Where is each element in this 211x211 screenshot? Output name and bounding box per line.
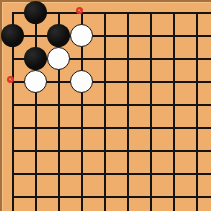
intersection-a6[interactable]: [1, 116, 24, 139]
red-circle-marker: [7, 76, 14, 83]
intersection-d1[interactable]: [70, 1, 93, 24]
intersection-e9[interactable]: [93, 185, 116, 211]
intersection-i1[interactable]: [185, 1, 211, 24]
intersection-e3[interactable]: [93, 47, 116, 70]
intersection-i9[interactable]: [185, 185, 211, 211]
intersection-g9[interactable]: [139, 185, 162, 211]
go-board: [0, 0, 211, 211]
intersection-c3[interactable]: [47, 47, 70, 70]
intersection-d8[interactable]: [70, 162, 93, 185]
intersection-b3[interactable]: [24, 47, 47, 70]
intersection-i6[interactable]: [185, 116, 211, 139]
intersection-e2[interactable]: [93, 24, 116, 47]
intersection-i7[interactable]: [185, 139, 211, 162]
intersection-f8[interactable]: [116, 162, 139, 185]
black-stone: [24, 1, 47, 24]
intersection-c4[interactable]: [47, 70, 70, 93]
red-circle-marker: [76, 7, 83, 14]
intersection-b9[interactable]: [24, 185, 47, 211]
intersection-d7[interactable]: [70, 139, 93, 162]
intersection-f6[interactable]: [116, 116, 139, 139]
white-stone: [70, 70, 93, 93]
intersection-b6[interactable]: [24, 116, 47, 139]
intersection-i4[interactable]: [185, 70, 211, 93]
intersection-c9[interactable]: [47, 185, 70, 211]
intersection-b4[interactable]: [24, 70, 47, 93]
intersection-c6[interactable]: [47, 116, 70, 139]
intersection-b5[interactable]: [24, 93, 47, 116]
intersection-f2[interactable]: [116, 24, 139, 47]
intersection-d3[interactable]: [70, 47, 93, 70]
intersection-i8[interactable]: [185, 162, 211, 185]
black-stone: [24, 47, 47, 70]
intersection-f5[interactable]: [116, 93, 139, 116]
intersection-e8[interactable]: [93, 162, 116, 185]
intersection-h5[interactable]: [162, 93, 185, 116]
white-stone: [24, 70, 47, 93]
intersection-g3[interactable]: [139, 47, 162, 70]
intersection-i2[interactable]: [185, 24, 211, 47]
intersection-c1[interactable]: [47, 1, 70, 24]
intersection-b2[interactable]: [24, 24, 47, 47]
intersection-h2[interactable]: [162, 24, 185, 47]
intersection-c2[interactable]: [47, 24, 70, 47]
intersection-e5[interactable]: [93, 93, 116, 116]
intersection-e7[interactable]: [93, 139, 116, 162]
intersection-g5[interactable]: [139, 93, 162, 116]
intersection-a5[interactable]: [1, 93, 24, 116]
intersection-a4[interactable]: [1, 70, 24, 93]
white-stone: [70, 24, 93, 47]
intersection-g8[interactable]: [139, 162, 162, 185]
intersection-c7[interactable]: [47, 139, 70, 162]
intersection-f4[interactable]: [116, 70, 139, 93]
black-stone: [1, 24, 24, 47]
intersection-h3[interactable]: [162, 47, 185, 70]
intersection-i5[interactable]: [185, 93, 211, 116]
intersection-h8[interactable]: [162, 162, 185, 185]
intersection-a1[interactable]: [1, 1, 24, 24]
intersection-c5[interactable]: [47, 93, 70, 116]
intersection-d2[interactable]: [70, 24, 93, 47]
intersection-e4[interactable]: [93, 70, 116, 93]
intersection-h6[interactable]: [162, 116, 185, 139]
intersection-f3[interactable]: [116, 47, 139, 70]
intersection-h1[interactable]: [162, 1, 185, 24]
white-stone: [47, 47, 70, 70]
intersection-a8[interactable]: [1, 162, 24, 185]
intersection-f9[interactable]: [116, 185, 139, 211]
intersection-a7[interactable]: [1, 139, 24, 162]
intersection-b8[interactable]: [24, 162, 47, 185]
intersection-d6[interactable]: [70, 116, 93, 139]
intersection-g7[interactable]: [139, 139, 162, 162]
intersection-a9[interactable]: [1, 185, 24, 211]
intersection-g6[interactable]: [139, 116, 162, 139]
intersection-g4[interactable]: [139, 70, 162, 93]
intersection-e1[interactable]: [93, 1, 116, 24]
intersection-e6[interactable]: [93, 116, 116, 139]
intersection-f7[interactable]: [116, 139, 139, 162]
intersection-g1[interactable]: [139, 1, 162, 24]
intersection-f1[interactable]: [116, 1, 139, 24]
intersection-b1[interactable]: [24, 1, 47, 24]
intersection-d9[interactable]: [70, 185, 93, 211]
intersection-d4[interactable]: [70, 70, 93, 93]
intersection-a3[interactable]: [1, 47, 24, 70]
intersection-h4[interactable]: [162, 70, 185, 93]
intersection-h9[interactable]: [162, 185, 185, 211]
intersection-i3[interactable]: [185, 47, 211, 70]
intersection-d5[interactable]: [70, 93, 93, 116]
intersection-a2[interactable]: [1, 24, 24, 47]
intersection-b7[interactable]: [24, 139, 47, 162]
black-stone: [47, 24, 70, 47]
intersection-g2[interactable]: [139, 24, 162, 47]
intersection-c8[interactable]: [47, 162, 70, 185]
board-grid: [1, 1, 211, 211]
intersection-h7[interactable]: [162, 139, 185, 162]
